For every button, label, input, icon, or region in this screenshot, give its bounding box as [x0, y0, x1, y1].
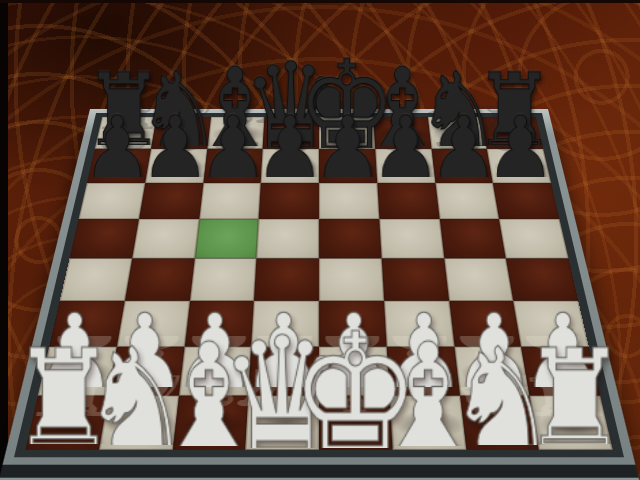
- square-h5[interactable]: [499, 219, 568, 258]
- square-a6[interactable]: [79, 183, 145, 219]
- square-a5[interactable]: [70, 219, 139, 258]
- square-b6[interactable]: [139, 183, 203, 219]
- square-e6[interactable]: [319, 183, 379, 219]
- square-c6[interactable]: [199, 183, 261, 219]
- square-g5[interactable]: [439, 219, 506, 258]
- square-e5[interactable]: [319, 219, 381, 258]
- highlighted-square-c5[interactable]: [194, 219, 259, 258]
- square-d6[interactable]: [259, 183, 319, 219]
- chess-board-inner-rim: ♜♜♞♞♝♝♛♛♚♚♝♝♞♞♜♜♟♟♟♟♟♟♟♟♟♟♟♟♟♟♟♟♟♟♟♟♟♟♟♟…: [14, 113, 624, 457]
- screen-edge-top: [0, 0, 640, 3]
- square-g6[interactable]: [435, 183, 499, 219]
- square-e1[interactable]: ♚♚: [319, 396, 392, 450]
- square-f5[interactable]: [379, 219, 444, 258]
- square-d5[interactable]: [257, 219, 319, 258]
- square-h7[interactable]: ♟♟: [487, 149, 551, 183]
- piece-black-pawn-h7[interactable]: ♟: [444, 89, 598, 177]
- chess-board-grid[interactable]: ♜♜♞♞♝♝♛♛♚♚♝♝♞♞♜♜♟♟♟♟♟♟♟♟♟♟♟♟♟♟♟♟♟♟♟♟♟♟♟♟…: [25, 117, 612, 450]
- square-h6[interactable]: [493, 183, 559, 219]
- square-f6[interactable]: [377, 183, 439, 219]
- square-b5[interactable]: [132, 219, 199, 258]
- chess-board-frame: ♜♜♞♞♝♝♛♛♚♚♝♝♞♞♜♜♟♟♟♟♟♟♟♟♟♟♟♟♟♟♟♟♟♟♟♟♟♟♟♟…: [3, 109, 636, 465]
- piece-white-king-e1[interactable]: ♚: [258, 282, 454, 448]
